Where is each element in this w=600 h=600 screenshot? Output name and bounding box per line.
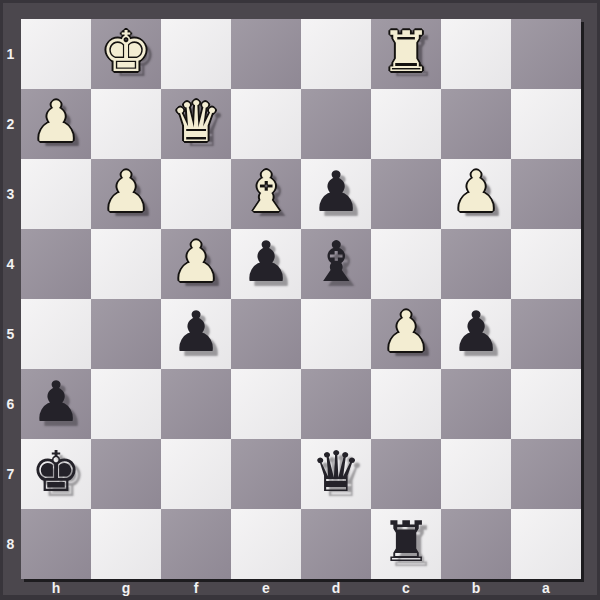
white-pawn-b3[interactable]: ♟ [441, 159, 511, 229]
square-c7[interactable] [371, 439, 441, 509]
square-d5[interactable] [301, 299, 371, 369]
square-a1[interactable] [511, 19, 581, 89]
square-e8[interactable] [231, 509, 301, 579]
square-h4[interactable] [21, 229, 91, 299]
rank-label-1: 1 [0, 19, 21, 89]
square-a8[interactable] [511, 509, 581, 579]
square-e6[interactable] [231, 369, 301, 439]
square-f7[interactable] [161, 439, 231, 509]
white-rook-c1[interactable]: ♜ [371, 19, 441, 89]
white-pawn-c5[interactable]: ♟ [371, 299, 441, 369]
chessboard: ♚♜♟♛♟♝♟♟♟♟♝♟♟♟♟♚♛♜ [21, 19, 581, 579]
square-c3[interactable] [371, 159, 441, 229]
square-f6[interactable] [161, 369, 231, 439]
black-pawn-h6[interactable]: ♟ [21, 369, 91, 439]
white-pawn-g3[interactable]: ♟ [91, 159, 161, 229]
black-queen-d7[interactable]: ♛ [301, 439, 371, 509]
square-d7[interactable]: ♛ [301, 439, 371, 509]
white-king-g1[interactable]: ♚ [91, 19, 161, 89]
square-c4[interactable] [371, 229, 441, 299]
square-b2[interactable] [441, 89, 511, 159]
square-d3[interactable]: ♟ [301, 159, 371, 229]
square-c5[interactable]: ♟ [371, 299, 441, 369]
square-g7[interactable] [91, 439, 161, 509]
file-label-g: g [91, 578, 161, 597]
square-g3[interactable]: ♟ [91, 159, 161, 229]
square-b5[interactable]: ♟ [441, 299, 511, 369]
square-f4[interactable]: ♟ [161, 229, 231, 299]
file-label-a: a [511, 578, 581, 597]
file-label-e: e [231, 578, 301, 597]
square-h3[interactable] [21, 159, 91, 229]
square-b8[interactable] [441, 509, 511, 579]
square-a3[interactable] [511, 159, 581, 229]
chessboard-frame: ♚♜♟♛♟♝♟♟♟♟♝♟♟♟♟♚♛♜ 12345678hgfedcba [0, 0, 600, 600]
square-g4[interactable] [91, 229, 161, 299]
square-e2[interactable] [231, 89, 301, 159]
square-h1[interactable] [21, 19, 91, 89]
white-pawn-h2[interactable]: ♟ [21, 89, 91, 159]
rank-label-7: 7 [0, 439, 21, 509]
square-f8[interactable] [161, 509, 231, 579]
square-c6[interactable] [371, 369, 441, 439]
square-g5[interactable] [91, 299, 161, 369]
square-d2[interactable] [301, 89, 371, 159]
square-f3[interactable] [161, 159, 231, 229]
square-b7[interactable] [441, 439, 511, 509]
square-a5[interactable] [511, 299, 581, 369]
square-e7[interactable] [231, 439, 301, 509]
file-label-b: b [441, 578, 511, 597]
square-b1[interactable] [441, 19, 511, 89]
white-pawn-f4[interactable]: ♟ [161, 229, 231, 299]
square-h5[interactable] [21, 299, 91, 369]
square-a4[interactable] [511, 229, 581, 299]
square-d8[interactable] [301, 509, 371, 579]
rank-label-5: 5 [0, 299, 21, 369]
square-a7[interactable] [511, 439, 581, 509]
square-d6[interactable] [301, 369, 371, 439]
square-e1[interactable] [231, 19, 301, 89]
file-label-c: c [371, 578, 441, 597]
square-b3[interactable]: ♟ [441, 159, 511, 229]
rank-label-2: 2 [0, 89, 21, 159]
square-h8[interactable] [21, 509, 91, 579]
square-g8[interactable] [91, 509, 161, 579]
square-a6[interactable] [511, 369, 581, 439]
square-f2[interactable]: ♛ [161, 89, 231, 159]
black-pawn-e4[interactable]: ♟ [231, 229, 301, 299]
square-h7[interactable]: ♚ [21, 439, 91, 509]
square-f1[interactable] [161, 19, 231, 89]
square-g6[interactable] [91, 369, 161, 439]
square-e5[interactable] [231, 299, 301, 369]
file-label-h: h [21, 578, 91, 597]
black-pawn-d3[interactable]: ♟ [301, 159, 371, 229]
square-d1[interactable] [301, 19, 371, 89]
square-f5[interactable]: ♟ [161, 299, 231, 369]
square-d4[interactable]: ♝ [301, 229, 371, 299]
black-pawn-f5[interactable]: ♟ [161, 299, 231, 369]
file-label-f: f [161, 578, 231, 597]
rank-label-4: 4 [0, 229, 21, 299]
black-pawn-b5[interactable]: ♟ [441, 299, 511, 369]
square-a2[interactable] [511, 89, 581, 159]
rank-label-3: 3 [0, 159, 21, 229]
square-e4[interactable]: ♟ [231, 229, 301, 299]
white-queen-f2[interactable]: ♛ [161, 89, 231, 159]
square-c8[interactable]: ♜ [371, 509, 441, 579]
square-b6[interactable] [441, 369, 511, 439]
square-e3[interactable]: ♝ [231, 159, 301, 229]
file-label-d: d [301, 578, 371, 597]
white-bishop-e3[interactable]: ♝ [231, 159, 301, 229]
black-bishop-d4[interactable]: ♝ [301, 229, 371, 299]
square-g1[interactable]: ♚ [91, 19, 161, 89]
rank-label-8: 8 [0, 509, 21, 579]
square-g2[interactable] [91, 89, 161, 159]
square-c1[interactable]: ♜ [371, 19, 441, 89]
square-c2[interactable] [371, 89, 441, 159]
square-h6[interactable]: ♟ [21, 369, 91, 439]
black-rook-c8[interactable]: ♜ [371, 509, 441, 579]
rank-label-6: 6 [0, 369, 21, 439]
square-b4[interactable] [441, 229, 511, 299]
square-h2[interactable]: ♟ [21, 89, 91, 159]
black-king-h7[interactable]: ♚ [21, 439, 91, 509]
